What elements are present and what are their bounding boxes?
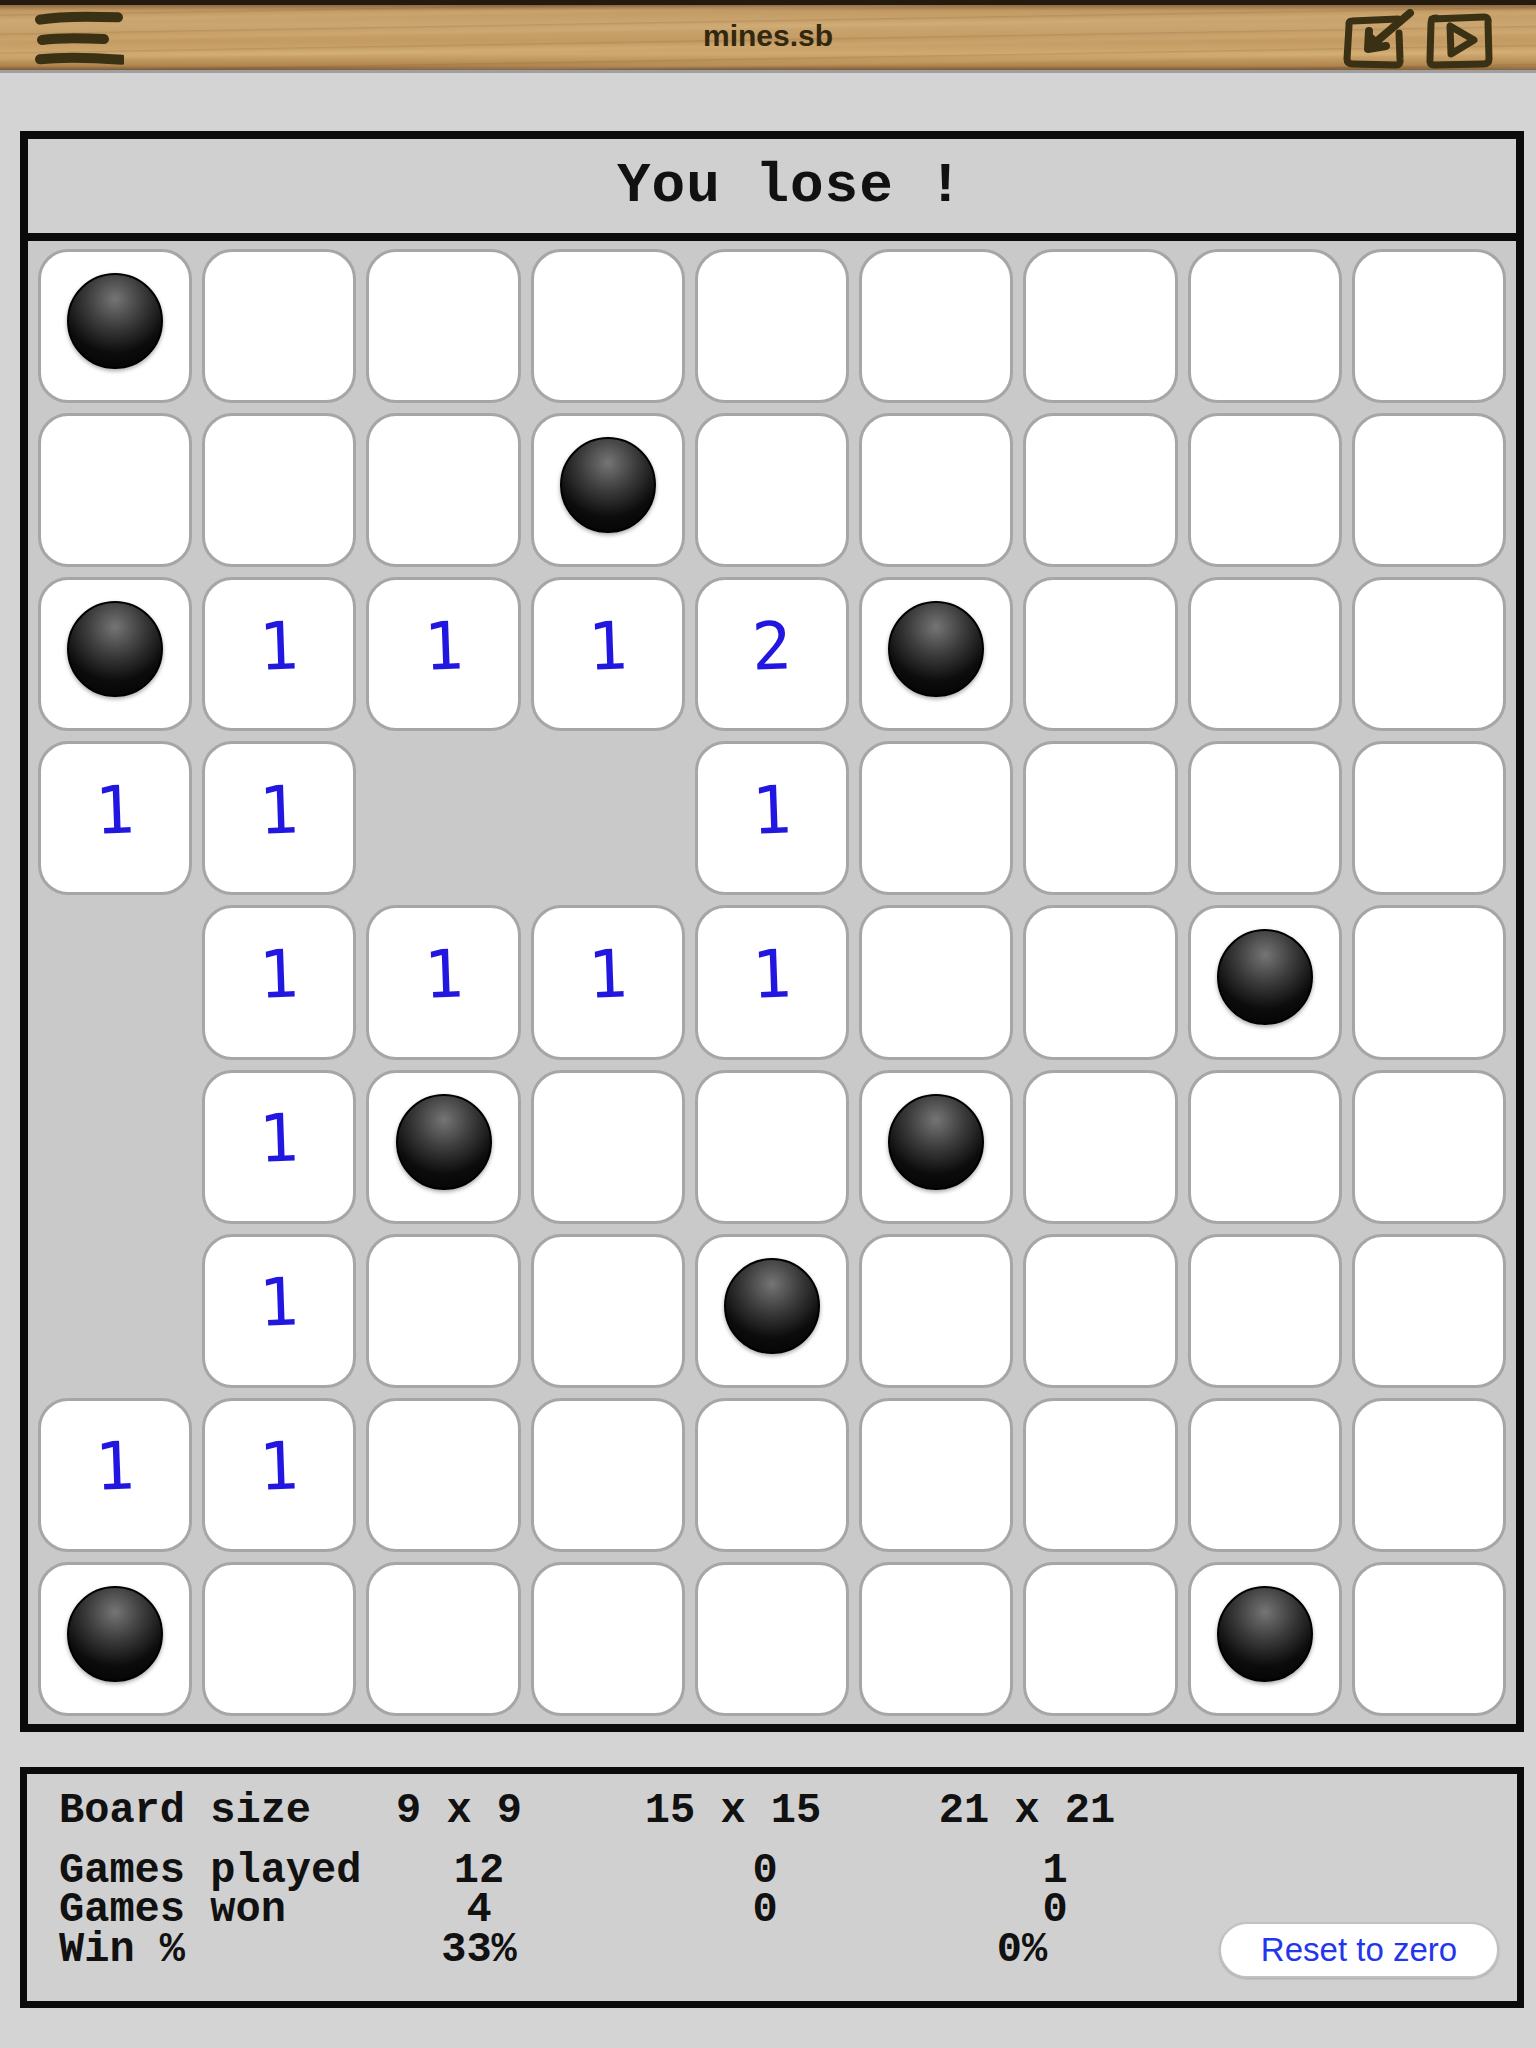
cell-r3c3[interactable]: 1 (366, 577, 520, 731)
mine-count-number: 1 (94, 1428, 136, 1506)
cell-r3c4[interactable]: 1 (531, 577, 685, 731)
cell-r5c2[interactable]: 1 (202, 905, 356, 1059)
reset-to-zero-button[interactable]: Reset to zero (1219, 1922, 1499, 1978)
board-size-option-21x21[interactable]: 21 x 21 (939, 1787, 1115, 1835)
mine-icon (1217, 929, 1313, 1025)
cell-r3c9[interactable] (1352, 577, 1506, 731)
cell-r6c6[interactable] (859, 1070, 1013, 1224)
cell-r9c6[interactable] (859, 1562, 1013, 1716)
mine-count-number: 1 (750, 935, 792, 1013)
import-arrow-icon[interactable] (1340, 9, 1416, 71)
cell-r8c9[interactable] (1352, 1398, 1506, 1552)
board-grid: 111211111111111 (28, 241, 1516, 1724)
cell-r8c3[interactable] (366, 1398, 520, 1552)
board-size-row: Board size 9 x 9 15 x 15 21 x 21 (27, 1787, 1517, 1831)
mine-icon (67, 273, 163, 369)
cell-r7c6[interactable] (859, 1234, 1013, 1388)
mine-icon (888, 1094, 984, 1190)
cell-r1c7[interactable] (1023, 249, 1177, 403)
cell-r1c4[interactable] (531, 249, 685, 403)
cell-r2c6[interactable] (859, 413, 1013, 567)
cell-r5c5[interactable]: 1 (695, 905, 849, 1059)
mine-icon (67, 601, 163, 697)
cell-r3c7[interactable] (1023, 577, 1177, 731)
cell-r9c4[interactable] (531, 1562, 685, 1716)
cell-r2c4[interactable] (531, 413, 685, 567)
cell-r2c7[interactable] (1023, 413, 1177, 567)
cell-r6c1 (38, 1070, 192, 1224)
mine-count-number: 1 (258, 1428, 300, 1506)
cell-r4c5[interactable]: 1 (695, 741, 849, 895)
cell-r1c6[interactable] (859, 249, 1013, 403)
cell-r4c6[interactable] (859, 741, 1013, 895)
mine-count-number: 1 (258, 771, 300, 849)
mine-count-number: 1 (586, 935, 628, 1013)
cell-r9c7[interactable] (1023, 1562, 1177, 1716)
cell-r8c8[interactable] (1188, 1398, 1342, 1552)
cell-r8c7[interactable] (1023, 1398, 1177, 1552)
cell-r6c4[interactable] (531, 1070, 685, 1224)
cell-r9c1[interactable] (38, 1562, 192, 1716)
win-percent-9x9: 33% (441, 1926, 517, 1974)
cell-r4c2[interactable]: 1 (202, 741, 356, 895)
mine-icon (1217, 1586, 1313, 1682)
cell-r9c3[interactable] (366, 1562, 520, 1716)
cell-r3c6[interactable] (859, 577, 1013, 731)
cell-r5c1 (38, 905, 192, 1059)
cell-r8c6[interactable] (859, 1398, 1013, 1552)
status-banner: You lose ! (28, 139, 1516, 241)
cell-r4c8[interactable] (1188, 741, 1342, 895)
mine-count-number: 2 (750, 607, 792, 685)
cell-r8c1[interactable]: 1 (38, 1398, 192, 1552)
games-played-row: Games played 12 0 1 (27, 1847, 1517, 1891)
cell-r6c5[interactable] (695, 1070, 849, 1224)
mine-icon (67, 1586, 163, 1682)
cell-r6c8[interactable] (1188, 1070, 1342, 1224)
cell-r5c4[interactable]: 1 (531, 905, 685, 1059)
cell-r4c1[interactable]: 1 (38, 741, 192, 895)
cell-r3c5[interactable]: 2 (695, 577, 849, 731)
cell-r2c3[interactable] (366, 413, 520, 567)
cell-r2c1[interactable] (38, 413, 192, 567)
cell-r8c5[interactable] (695, 1398, 849, 1552)
mine-count-number: 1 (586, 607, 628, 685)
cell-r7c5[interactable] (695, 1234, 849, 1388)
cell-r8c4[interactable] (531, 1398, 685, 1552)
win-percent-21x21: 0% (997, 1926, 1047, 1974)
cell-r7c1 (38, 1234, 192, 1388)
cell-r7c3[interactable] (366, 1234, 520, 1388)
win-percent-label: Win % (59, 1926, 185, 1974)
cell-r2c8[interactable] (1188, 413, 1342, 567)
cell-r6c2[interactable]: 1 (202, 1070, 356, 1224)
cell-r7c4[interactable] (531, 1234, 685, 1388)
mine-count-number: 1 (94, 771, 136, 849)
cell-r6c3[interactable] (366, 1070, 520, 1224)
cell-r4c9[interactable] (1352, 741, 1506, 895)
board-size-label: Board size (59, 1787, 311, 1835)
cell-r5c7[interactable] (1023, 905, 1177, 1059)
cell-r5c3[interactable]: 1 (366, 905, 520, 1059)
cell-r1c8[interactable] (1188, 249, 1342, 403)
board-size-option-15x15[interactable]: 15 x 15 (645, 1787, 821, 1835)
mine-count-number: 1 (258, 607, 300, 685)
mine-icon (396, 1094, 492, 1190)
cell-r3c8[interactable] (1188, 577, 1342, 731)
cell-r2c9[interactable] (1352, 413, 1506, 567)
mine-count-number: 1 (750, 771, 792, 849)
cell-r9c2[interactable] (202, 1562, 356, 1716)
cell-r1c3[interactable] (366, 249, 520, 403)
cell-r9c9[interactable] (1352, 1562, 1506, 1716)
cell-r1c1[interactable] (38, 249, 192, 403)
cell-r4c3 (366, 741, 520, 895)
mine-count-number: 1 (258, 1264, 300, 1342)
cell-r9c5[interactable] (695, 1562, 849, 1716)
mine-icon (888, 601, 984, 697)
board-size-option-9x9[interactable]: 9 x 9 (396, 1787, 522, 1835)
play-icon[interactable] (1420, 9, 1496, 71)
mine-count-number: 1 (422, 935, 464, 1013)
mine-count-number: 1 (258, 1099, 300, 1177)
cell-r6c9[interactable] (1352, 1070, 1506, 1224)
cell-r5c8[interactable] (1188, 905, 1342, 1059)
cell-r9c8[interactable] (1188, 1562, 1342, 1716)
cell-r1c9[interactable] (1352, 249, 1506, 403)
mine-count-number: 1 (258, 935, 300, 1013)
cell-r7c7[interactable] (1023, 1234, 1177, 1388)
cell-r2c5[interactable] (695, 413, 849, 567)
cell-r1c5[interactable] (695, 249, 849, 403)
cell-r4c7[interactable] (1023, 741, 1177, 895)
cell-r5c9[interactable] (1352, 905, 1506, 1059)
window-title: mines.sb (0, 19, 1536, 53)
cell-r7c8[interactable] (1188, 1234, 1342, 1388)
cell-r8c2[interactable]: 1 (202, 1398, 356, 1552)
stats-panel: Board size 9 x 9 15 x 15 21 x 21 Games p… (20, 1767, 1524, 2008)
cell-r3c2[interactable]: 1 (202, 577, 356, 731)
minesweeper-board: You lose ! 111211111111111 (20, 131, 1524, 1732)
cell-r7c2[interactable]: 1 (202, 1234, 356, 1388)
cell-r7c9[interactable] (1352, 1234, 1506, 1388)
top-bar: mines.sb (0, 0, 1536, 70)
cell-r4c4 (531, 741, 685, 895)
mine-icon (560, 437, 656, 533)
mine-icon (724, 1258, 820, 1354)
cell-r1c2[interactable] (202, 249, 356, 403)
cell-r5c6[interactable] (859, 905, 1013, 1059)
cell-r6c7[interactable] (1023, 1070, 1177, 1224)
cell-r3c1[interactable] (38, 577, 192, 731)
cell-r2c2[interactable] (202, 413, 356, 567)
mine-count-number: 1 (422, 607, 464, 685)
